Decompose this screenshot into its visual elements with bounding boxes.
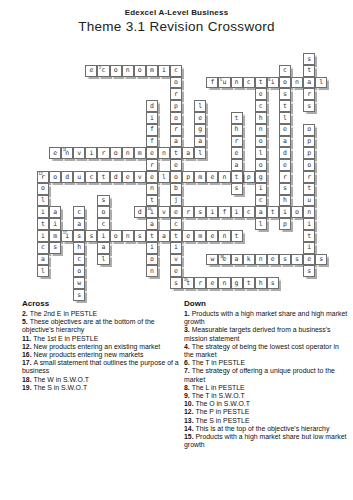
grid-cell: c bbox=[243, 77, 255, 89]
grid-cell: r12 bbox=[37, 171, 49, 183]
grid-cell: n bbox=[122, 230, 134, 242]
grid-cell: t bbox=[146, 195, 158, 207]
grid-cell: u bbox=[303, 195, 315, 207]
grid-cell: e bbox=[146, 171, 158, 183]
grid-cell: s bbox=[291, 254, 303, 266]
down-clue-item: 13. The S in PESTLE bbox=[184, 417, 348, 425]
grid-cell: i bbox=[303, 242, 315, 254]
grid-cell: s bbox=[303, 265, 315, 277]
grid-cell: l bbox=[315, 77, 327, 89]
grid-cell: l bbox=[158, 171, 170, 183]
across-header: Across bbox=[22, 299, 182, 309]
grid-cell: a bbox=[255, 206, 267, 218]
grid-cell: e bbox=[146, 147, 158, 159]
grid-cell: a bbox=[73, 218, 85, 230]
grid-cell: n bbox=[122, 147, 134, 159]
across-clue-item: 12. New products entering an existing ma… bbox=[22, 343, 182, 351]
grid-cell: o bbox=[303, 159, 315, 171]
grid-cell: h bbox=[73, 242, 85, 254]
down-clue-item: 7. The strategy of offering a unique pro… bbox=[184, 367, 348, 383]
clue-number: 16 bbox=[147, 207, 151, 211]
grid-cell: c bbox=[170, 65, 182, 77]
grid-cell: m bbox=[194, 230, 206, 242]
grid-cell: s bbox=[85, 230, 97, 242]
grid-cell: c bbox=[255, 195, 267, 207]
grid-cell: e bbox=[231, 147, 243, 159]
grid-cell: t bbox=[231, 112, 243, 124]
grid-cell: a bbox=[231, 159, 243, 171]
grid-cell: r bbox=[303, 171, 315, 183]
grid-cell: n bbox=[218, 171, 230, 183]
grid-cell: n bbox=[255, 254, 267, 266]
grid-cell: o bbox=[110, 230, 122, 242]
grid-cell: i bbox=[37, 230, 49, 242]
grid-cell: i17 bbox=[61, 230, 73, 242]
grid-cell: a bbox=[303, 77, 315, 89]
grid-cell: d bbox=[110, 171, 122, 183]
grid-cell: s bbox=[315, 254, 327, 266]
grid-cell: m bbox=[49, 230, 61, 242]
grid-cell: r bbox=[182, 206, 194, 218]
grid-cell: o bbox=[255, 159, 267, 171]
grid-cell: n bbox=[231, 77, 243, 89]
grid-cell: l bbox=[37, 265, 49, 277]
grid-cell: l bbox=[97, 254, 109, 266]
grid-cell: v bbox=[158, 206, 170, 218]
grid-cell: w bbox=[206, 254, 218, 266]
grid-cell: a bbox=[279, 136, 291, 148]
grid-cell: g bbox=[194, 124, 206, 136]
grid-cell: v bbox=[170, 254, 182, 266]
grid-cell: e bbox=[85, 65, 97, 77]
clue-number: 19 bbox=[184, 278, 188, 282]
grid-cell: k bbox=[243, 254, 255, 266]
grid-cell: d bbox=[279, 147, 291, 159]
grid-cell: c bbox=[255, 100, 267, 112]
grid-cell: h bbox=[255, 112, 267, 124]
grid-cell: o bbox=[49, 171, 61, 183]
grid-cell: o bbox=[73, 265, 85, 277]
grid-cell: s bbox=[49, 242, 61, 254]
grid-cell: d bbox=[134, 206, 146, 218]
grid-cell: o bbox=[110, 65, 122, 77]
grid-cell: r bbox=[231, 136, 243, 148]
grid-cell: t bbox=[303, 183, 315, 195]
grid-cell: c bbox=[170, 218, 182, 230]
clue-number: 18 bbox=[220, 255, 224, 259]
across-clue-item: 2. The 2nd E in PESTLE bbox=[22, 310, 182, 318]
grid-cell: s bbox=[97, 195, 109, 207]
grid-cell: g bbox=[255, 171, 267, 183]
grid-cell: p bbox=[279, 218, 291, 230]
grid-cell: f bbox=[146, 124, 158, 136]
clue-number: 6 bbox=[268, 78, 270, 82]
crossword-grid: sec2onomicctofu5ncti6onalresrdplctsioeth… bbox=[37, 53, 339, 301]
grid-cell: j bbox=[170, 195, 182, 207]
grid-cell: t bbox=[170, 230, 182, 242]
page-header: Edexcel A-Level Business Theme 3.1 Revis… bbox=[0, 8, 353, 34]
down-clue-item: 14. This is at the top of the objective'… bbox=[184, 425, 348, 433]
grid-cell: s bbox=[194, 206, 206, 218]
grid-cell: s bbox=[134, 230, 146, 242]
grid-cell: l bbox=[194, 147, 206, 159]
grid-cell: h bbox=[279, 195, 291, 207]
grid-cell: o bbox=[97, 206, 109, 218]
grid-cell: c bbox=[37, 242, 49, 254]
grid-cell: i bbox=[146, 112, 158, 124]
grid-cell: b bbox=[170, 183, 182, 195]
grid-cell: i bbox=[303, 218, 315, 230]
across-clue-item: 16. New products entering new markets bbox=[22, 351, 182, 359]
grid-cell: a bbox=[97, 242, 109, 254]
grid-cell: o bbox=[255, 136, 267, 148]
down-clue-item: 1. Products with a high market share and… bbox=[184, 310, 348, 326]
down-clue-item: 12. The P in PESTLE bbox=[184, 408, 348, 416]
grid-cell: s bbox=[279, 88, 291, 100]
grid-cell: s bbox=[231, 183, 243, 195]
grid-cell: i bbox=[158, 65, 170, 77]
grid-cell: m bbox=[146, 65, 158, 77]
grid-cell: a bbox=[37, 254, 49, 266]
grid-cell: s bbox=[279, 254, 291, 266]
clue-number: 12 bbox=[39, 172, 43, 176]
grid-cell: t bbox=[97, 171, 109, 183]
grid-cell: t bbox=[243, 277, 255, 289]
clue-number: 17 bbox=[63, 231, 67, 235]
grid-cell: a bbox=[231, 254, 243, 266]
grid-cell: p bbox=[170, 100, 182, 112]
grid-cell: e bbox=[206, 230, 218, 242]
grid-cell: c bbox=[279, 65, 291, 77]
grid-cell: s bbox=[303, 100, 315, 112]
down-clue-item: 8. The L in PESTLE bbox=[184, 384, 348, 392]
grid-cell: s bbox=[303, 53, 315, 65]
grid-cell: i6 bbox=[267, 77, 279, 89]
grid-cell: a bbox=[194, 136, 206, 148]
grid-cell: t bbox=[267, 206, 279, 218]
grid-cell: n bbox=[122, 65, 134, 77]
grid-cell: e bbox=[182, 230, 194, 242]
grid-cell: d bbox=[146, 100, 158, 112]
grid-cell: c bbox=[73, 206, 85, 218]
grid-cell: u5 bbox=[218, 77, 230, 89]
grid-cell: e bbox=[279, 159, 291, 171]
grid-cell: o bbox=[170, 77, 182, 89]
page-title: Theme 3.1 Revision Crossword bbox=[0, 19, 353, 34]
grid-cell: w bbox=[73, 277, 85, 289]
grid-cell: e bbox=[49, 147, 61, 159]
grid-cell: c bbox=[97, 218, 109, 230]
grid-cell: a bbox=[170, 136, 182, 148]
grid-cell: c bbox=[73, 254, 85, 266]
grid-cell: o bbox=[170, 171, 182, 183]
grid-cell: t bbox=[146, 230, 158, 242]
grid-cell: n bbox=[291, 77, 303, 89]
grid-cell: t bbox=[37, 218, 49, 230]
grid-cell: e bbox=[122, 171, 134, 183]
grid-cell: i bbox=[206, 206, 218, 218]
grid-cell: r bbox=[97, 147, 109, 159]
grid-cell: l bbox=[255, 218, 267, 230]
grid-cell: s bbox=[73, 230, 85, 242]
grid-cell: e bbox=[255, 88, 267, 100]
across-clue-item: 19. The S in S.W.O.T bbox=[22, 384, 182, 392]
grid-cell: i bbox=[146, 242, 158, 254]
grid-cell: t bbox=[231, 230, 243, 242]
grid-cell: d bbox=[61, 171, 73, 183]
grid-cell: n11 bbox=[61, 147, 73, 159]
grid-cell: n bbox=[146, 183, 158, 195]
grid-cell: p bbox=[243, 171, 255, 183]
grid-cell: n bbox=[303, 206, 315, 218]
grid-cell: p bbox=[182, 171, 194, 183]
grid-cell: s bbox=[267, 277, 279, 289]
grid-cell: i bbox=[255, 183, 267, 195]
grid-cell: t bbox=[231, 171, 243, 183]
grid-cell: l bbox=[279, 112, 291, 124]
grid-cell: t bbox=[279, 100, 291, 112]
down-clue-item: 3. Measurable targets derived from a bus… bbox=[184, 326, 348, 342]
grid-cell: r bbox=[146, 159, 158, 171]
grid-cell: e bbox=[267, 254, 279, 266]
grid-cell: m bbox=[194, 171, 206, 183]
grid-cell: h bbox=[255, 277, 267, 289]
grid-cell: i bbox=[279, 206, 291, 218]
grid-cell: a bbox=[158, 230, 170, 242]
grid-cell: t bbox=[255, 77, 267, 89]
grid-cell: f bbox=[206, 77, 218, 89]
grid-cell: r bbox=[170, 124, 182, 136]
grid-cell: e18 bbox=[218, 254, 230, 266]
across-clue-item: 17. A small statement that outlines the … bbox=[22, 359, 182, 375]
grid-cell: f bbox=[218, 206, 230, 218]
grid-cell: l bbox=[37, 195, 49, 207]
grid-cell: m bbox=[134, 147, 146, 159]
clue-number: 2 bbox=[99, 66, 101, 70]
grid-cell: u bbox=[73, 171, 85, 183]
down-clue-item: 6. The T in PESTLE bbox=[184, 359, 348, 367]
grid-cell: o bbox=[146, 254, 158, 266]
grid-cell: p bbox=[303, 147, 315, 159]
grid-cell: s bbox=[170, 277, 182, 289]
grid-cell: i bbox=[85, 147, 97, 159]
grid-cell: c bbox=[85, 171, 97, 183]
grid-cell: o bbox=[37, 183, 49, 195]
grid-cell: e bbox=[194, 112, 206, 124]
grid-cell: o bbox=[303, 124, 315, 136]
grid-cell: t bbox=[303, 230, 315, 242]
grid-cell: f bbox=[146, 136, 158, 148]
clue-number: 11 bbox=[63, 148, 67, 152]
grid-cell: i bbox=[231, 206, 243, 218]
grid-cell: o bbox=[110, 147, 122, 159]
grid-cell: v bbox=[73, 147, 85, 159]
grid-cell: e bbox=[206, 171, 218, 183]
grid-cell: r bbox=[303, 88, 315, 100]
grid-cell: g bbox=[231, 277, 243, 289]
grid-cell: r bbox=[170, 88, 182, 100]
across-clue-item: 18. The W in S.W.O.T bbox=[22, 376, 182, 384]
grid-cell: i16 bbox=[146, 206, 158, 218]
grid-cell: o bbox=[170, 112, 182, 124]
grid-cell: r bbox=[279, 171, 291, 183]
grid-cell: s bbox=[279, 183, 291, 195]
grid-cell: r bbox=[194, 277, 206, 289]
grid-cell: o bbox=[291, 206, 303, 218]
grid-cell: a bbox=[146, 218, 158, 230]
grid-cell: c2 bbox=[97, 65, 109, 77]
down-clue-item: 4. The strategy of being the lowest cost… bbox=[184, 343, 348, 359]
down-header: Down bbox=[184, 299, 348, 309]
worksheet-subtitle: Edexcel A-Level Business bbox=[0, 8, 353, 17]
grid-cell: n bbox=[255, 124, 267, 136]
grid-cell: a bbox=[182, 147, 194, 159]
across-clue-item: 5. These objectives are at the bottom of… bbox=[22, 318, 182, 334]
grid-cell: n bbox=[218, 230, 230, 242]
grid-cell: o bbox=[134, 65, 146, 77]
grid-cell: e bbox=[303, 254, 315, 266]
down-clue-item: 9. The T in S.W.O.T bbox=[184, 392, 348, 400]
grid-cell: n bbox=[218, 277, 230, 289]
down-clue-item: 10. The O in S.W.O.T bbox=[184, 400, 348, 408]
across-clues-section: Across 2. The 2nd E in PESTLE5. These ob… bbox=[22, 299, 182, 392]
grid-cell: a bbox=[49, 206, 61, 218]
grid-cell: i bbox=[170, 242, 182, 254]
grid-cell: v bbox=[134, 171, 146, 183]
grid-cell: c bbox=[243, 206, 255, 218]
grid-cell: n bbox=[158, 147, 170, 159]
grid-cell: o bbox=[279, 77, 291, 89]
grid-cell: h bbox=[231, 124, 243, 136]
grid-cell: l bbox=[255, 147, 267, 159]
grid-cell: p bbox=[303, 136, 315, 148]
grid-cell: t19 bbox=[182, 277, 194, 289]
grid-cell: e bbox=[279, 124, 291, 136]
grid-cell: n bbox=[146, 265, 158, 277]
grid-cell: e bbox=[206, 277, 218, 289]
grid-cell: e bbox=[170, 265, 182, 277]
grid-cell: t bbox=[303, 65, 315, 77]
across-clue-item: 11. The 1st E in PESTLE bbox=[22, 335, 182, 343]
grid-cell: e bbox=[170, 159, 182, 171]
grid-cell: l bbox=[194, 100, 206, 112]
down-clue-item: 15. Products with a high market share bu… bbox=[184, 433, 348, 449]
grid-cell: i bbox=[49, 218, 61, 230]
clue-number: 5 bbox=[220, 78, 222, 82]
grid-cell: e bbox=[170, 206, 182, 218]
down-clues-section: Down 1. Products with a high market shar… bbox=[184, 299, 348, 449]
grid-cell: i bbox=[37, 206, 49, 218]
grid-cell: t bbox=[170, 147, 182, 159]
grid-cell: i bbox=[97, 230, 109, 242]
